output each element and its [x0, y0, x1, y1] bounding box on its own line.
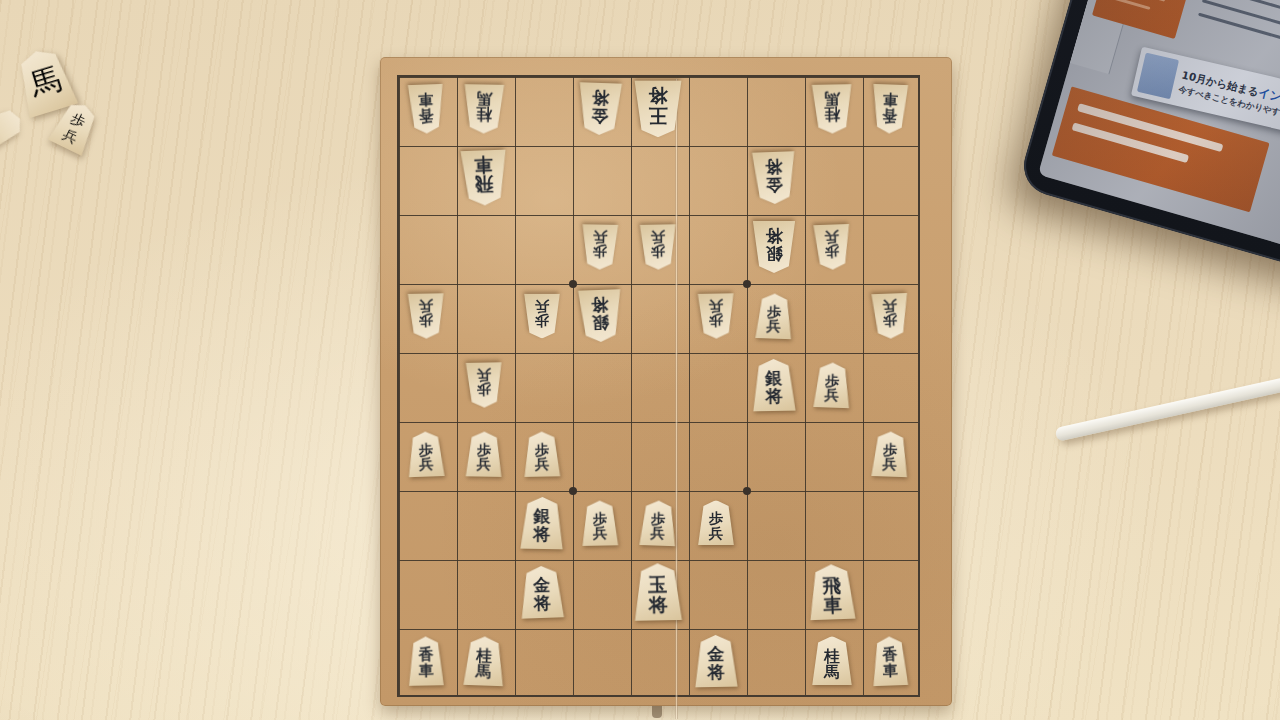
piece-gote-pawn[interactable]: 歩兵: [812, 223, 852, 269]
piece-kanji: 将: [765, 156, 783, 174]
piece-sente-silver[interactable]: 銀将: [519, 496, 565, 549]
piece-kanji: 馬: [824, 89, 840, 105]
piece-kanji: 歩: [535, 442, 549, 457]
piece-kanji: 兵: [766, 318, 780, 333]
piece-gote-gold[interactable]: 金将: [751, 151, 798, 205]
piece-kanji: 兵: [535, 298, 549, 313]
piece-gote-pawn[interactable]: 歩兵: [581, 224, 620, 270]
piece-gote-pawn[interactable]: 歩兵: [465, 362, 504, 408]
piece-kanji: 桂: [476, 647, 492, 664]
piece-kanji: 車: [883, 663, 899, 679]
piece-sente-pawn[interactable]: 歩兵: [638, 499, 678, 545]
piece-sente-pawn[interactable]: 歩兵: [697, 500, 735, 545]
board-fold-seam: [675, 79, 678, 719]
piece-kanji: 歩: [825, 372, 839, 387]
piece-gote-knight[interactable]: 桂馬: [463, 84, 506, 134]
piece-gote-silver[interactable]: 銀将: [752, 220, 797, 272]
piece-gote-king[interactable]: 王将: [633, 80, 683, 137]
piece-kanji: 歩: [593, 244, 607, 259]
piece-kanji: 将: [592, 87, 610, 105]
tablet-screen: 評価値: 97 解説 Sshopify 10月から始まるイ: [1038, 0, 1280, 259]
piece-kanji: 将: [649, 85, 668, 105]
star-point: [743, 280, 751, 288]
piece-sente-lance[interactable]: 香車: [407, 636, 445, 686]
piece-kanji: 飛: [822, 575, 841, 595]
piece-gote-pawn[interactable]: 歩兵: [870, 292, 910, 338]
piece-gote-gold[interactable]: 金将: [577, 82, 624, 136]
piece-kanji: 歩: [419, 441, 433, 456]
piece-gote-pawn[interactable]: 歩兵: [523, 293, 561, 338]
piece-sente-king[interactable]: 玉将: [633, 562, 684, 620]
piece-kanji: 桂: [824, 647, 840, 663]
piece-sente-pawn[interactable]: 歩兵: [581, 500, 620, 546]
piece-kanji: 王: [649, 105, 668, 125]
piece-kanji: 歩: [593, 511, 607, 526]
piece-sente-knight[interactable]: 桂馬: [811, 636, 853, 685]
piece-kanji: 将: [533, 525, 550, 543]
piece-kanji: 歩: [767, 303, 781, 318]
piece-kanji: 歩: [883, 313, 897, 328]
piece-gote-rook[interactable]: 飛車: [459, 149, 509, 206]
piece-kanji: 桂: [476, 105, 492, 121]
tablet: 評価値: 97 解説 Sshopify 10月から始まるイ: [1017, 0, 1280, 280]
piece-sente-silver[interactable]: 銀将: [751, 358, 797, 411]
board-fold-gap: [652, 706, 662, 718]
piece-kanji: 兵: [651, 229, 665, 244]
piece-kanji: 兵: [882, 298, 896, 313]
piece-sente-lance[interactable]: 香車: [871, 635, 910, 685]
piece-kanji: 兵: [419, 456, 433, 471]
piece-kanji: 将: [708, 663, 725, 681]
stylus-pen: [1054, 374, 1280, 442]
piece-kanji: 馬: [25, 59, 66, 107]
piece-kanji: 馬: [476, 89, 492, 105]
piece-kanji: 馬: [824, 663, 840, 679]
piece-kanji: 車: [419, 663, 434, 679]
piece-kanji: 兵: [709, 298, 723, 313]
desk-photo: 馬 歩兵 評価値: 97: [0, 0, 1280, 720]
piece-kanji: 歩: [535, 313, 549, 328]
piece-kanji: 将: [534, 594, 552, 612]
piece-kanji: 車: [823, 594, 842, 614]
piece-kanji: 歩: [651, 244, 665, 259]
piece-gote-silver[interactable]: 銀将: [577, 289, 624, 343]
piece-kanji: 車: [883, 90, 899, 106]
piece-kanji: 車: [418, 90, 434, 106]
banner-thumbnail: [1137, 53, 1179, 100]
piece-sente-pawn[interactable]: 歩兵: [754, 292, 794, 338]
piece-kanji: 銀: [766, 243, 783, 261]
star-point: [743, 487, 751, 495]
piece-kanji: 兵: [477, 367, 491, 382]
ad-big-text-bar: [1072, 122, 1190, 163]
piece-kanji: 歩: [477, 382, 491, 397]
piece-kanji: 馬: [476, 663, 492, 680]
star-point: [569, 487, 577, 495]
piece-kanji: 兵: [882, 456, 896, 471]
piece-kanji: 車: [474, 154, 493, 174]
piece-kanji: 歩: [883, 441, 897, 456]
piece-kanji: 兵: [824, 387, 838, 402]
piece-kanji: 兵: [709, 525, 723, 540]
piece-kanji: 将: [766, 226, 783, 244]
piece-kanji: 歩: [651, 510, 665, 525]
captured-piece-partial[interactable]: [0, 102, 28, 153]
piece-gote-knight[interactable]: 桂馬: [811, 84, 854, 134]
piece-sente-gold[interactable]: 金将: [693, 634, 739, 687]
piece-sente-pawn[interactable]: 歩兵: [465, 431, 504, 477]
ad-text-bar: [1107, 0, 1150, 10]
piece-sente-rook[interactable]: 飛車: [807, 563, 857, 620]
piece-kanji: 飛: [475, 174, 494, 194]
piece-gote-lance[interactable]: 香車: [871, 83, 910, 133]
body-text-bar: [1198, 13, 1280, 41]
piece-sente-pawn[interactable]: 歩兵: [523, 431, 562, 477]
piece-kanji: 兵: [650, 525, 664, 540]
piece-kanji: 桂: [824, 105, 840, 121]
piece-kanji: 歩: [709, 511, 723, 526]
piece-kanji: 兵: [477, 456, 491, 471]
star-point: [569, 280, 577, 288]
piece-sente-pawn[interactable]: 歩兵: [870, 430, 910, 476]
piece-kanji: 歩: [419, 313, 433, 328]
piece-sente-knight[interactable]: 桂馬: [462, 635, 506, 685]
piece-kanji: 歩: [477, 442, 491, 457]
piece-gote-pawn[interactable]: 歩兵: [407, 293, 446, 339]
piece-kanji: 兵: [593, 525, 607, 540]
piece-sente-pawn[interactable]: 歩兵: [812, 361, 852, 407]
piece-kanji: 兵: [824, 229, 838, 244]
piece-kanji: 将: [649, 595, 668, 615]
piece-kanji: 玉: [648, 575, 667, 595]
piece-gote-pawn[interactable]: 歩兵: [639, 224, 678, 270]
piece-gote-lance[interactable]: 香車: [407, 83, 446, 133]
piece-gote-pawn[interactable]: 歩兵: [697, 293, 736, 339]
piece-kanji: 兵: [535, 456, 549, 471]
piece-kanji: 歩: [825, 244, 839, 259]
piece-kanji: 将: [766, 387, 783, 405]
piece-kanji: 歩: [709, 313, 723, 328]
piece-kanji: 兵: [593, 229, 607, 244]
piece-kanji: 将: [591, 294, 609, 312]
piece-kanji: 兵: [419, 298, 433, 313]
piece-sente-pawn[interactable]: 歩兵: [406, 430, 446, 476]
piece-sente-gold[interactable]: 金将: [519, 565, 566, 619]
